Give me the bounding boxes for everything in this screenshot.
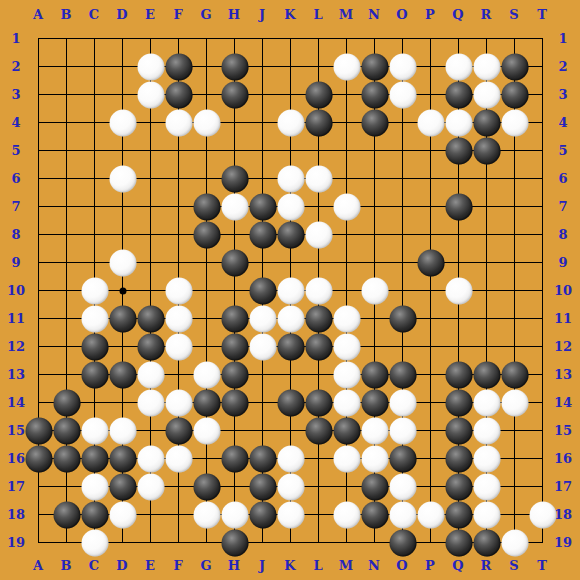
stone-white — [137, 361, 164, 388]
stone-black — [193, 389, 220, 416]
column-label-bottom: B — [61, 559, 72, 572]
stone-black — [305, 81, 332, 108]
stone-white — [193, 417, 220, 444]
row-label-left: 19 — [7, 536, 25, 549]
stone-white — [221, 501, 248, 528]
stone-black — [445, 389, 472, 416]
row-label-right: 12 — [554, 340, 572, 353]
stone-black — [305, 417, 332, 444]
stone-black — [53, 501, 80, 528]
row-label-right: 1 — [558, 32, 567, 45]
stone-white — [389, 473, 416, 500]
stone-black — [361, 109, 388, 136]
column-label-top: N — [368, 8, 380, 21]
stone-white — [81, 417, 108, 444]
stone-white — [473, 417, 500, 444]
stone-black — [249, 221, 276, 248]
stone-white — [445, 53, 472, 80]
stone-black — [445, 473, 472, 500]
column-label-bottom: N — [368, 559, 380, 572]
column-label-bottom: O — [396, 559, 407, 572]
stone-black — [389, 361, 416, 388]
row-label-right: 18 — [554, 508, 572, 521]
stone-white — [109, 165, 136, 192]
stone-black — [501, 361, 528, 388]
column-label-bottom: R — [481, 559, 492, 572]
stone-black — [473, 529, 500, 556]
column-label-top: P — [425, 8, 435, 21]
stone-white — [165, 333, 192, 360]
stone-white — [165, 445, 192, 472]
row-label-right: 4 — [558, 116, 567, 129]
row-label-left: 18 — [7, 508, 25, 521]
row-label-left: 15 — [7, 424, 25, 437]
stone-black — [221, 81, 248, 108]
stone-white — [249, 305, 276, 332]
go-board[interactable]: AABBCCDDEEFFGGHHJJKKLLMMNNOOPPQQRRSSTT11… — [0, 0, 580, 580]
row-label-left: 14 — [7, 396, 25, 409]
stone-white — [473, 389, 500, 416]
stone-white — [389, 417, 416, 444]
stone-white — [165, 277, 192, 304]
stone-white — [305, 221, 332, 248]
column-label-bottom: M — [339, 559, 353, 572]
column-label-bottom: L — [313, 559, 322, 572]
stone-white — [473, 473, 500, 500]
stone-black — [81, 333, 108, 360]
stone-black — [165, 81, 192, 108]
stone-black — [221, 361, 248, 388]
row-label-left: 10 — [7, 284, 25, 297]
grid-line-vertical — [542, 38, 543, 543]
stone-black — [249, 501, 276, 528]
stone-black — [53, 389, 80, 416]
column-label-top: Q — [452, 8, 463, 21]
stone-black — [361, 361, 388, 388]
stone-white — [277, 501, 304, 528]
stone-white — [445, 109, 472, 136]
column-label-top: S — [509, 8, 518, 21]
stone-black — [221, 53, 248, 80]
column-label-bottom: C — [89, 559, 99, 572]
stone-black — [137, 305, 164, 332]
stone-white — [109, 109, 136, 136]
column-label-top: F — [173, 8, 182, 21]
column-label-bottom: E — [145, 559, 155, 572]
column-label-bottom: H — [228, 559, 240, 572]
stone-white — [277, 305, 304, 332]
stone-black — [221, 305, 248, 332]
stone-white — [193, 109, 220, 136]
column-label-bottom: K — [284, 559, 295, 572]
row-label-right: 13 — [554, 368, 572, 381]
stone-black — [445, 445, 472, 472]
stone-white — [137, 81, 164, 108]
stone-black — [277, 221, 304, 248]
stone-white — [501, 389, 528, 416]
column-label-top: A — [33, 8, 43, 21]
stone-black — [473, 361, 500, 388]
stone-white — [361, 417, 388, 444]
row-label-left: 5 — [11, 144, 20, 157]
row-label-left: 12 — [7, 340, 25, 353]
stone-black — [193, 221, 220, 248]
stone-black — [165, 53, 192, 80]
stone-black — [109, 445, 136, 472]
stone-black — [53, 445, 80, 472]
stone-black — [445, 81, 472, 108]
row-label-right: 17 — [554, 480, 572, 493]
stone-white — [333, 501, 360, 528]
stone-black — [25, 445, 52, 472]
row-label-right: 14 — [554, 396, 572, 409]
row-label-right: 19 — [554, 536, 572, 549]
column-label-bottom: D — [116, 559, 127, 572]
stone-black — [389, 529, 416, 556]
stone-black — [277, 333, 304, 360]
row-label-right: 11 — [554, 312, 572, 325]
stone-white — [333, 389, 360, 416]
stone-black — [361, 53, 388, 80]
stone-white — [81, 305, 108, 332]
stone-white — [473, 501, 500, 528]
stone-white — [193, 361, 220, 388]
stone-white — [81, 529, 108, 556]
row-label-left: 13 — [7, 368, 25, 381]
row-label-left: 6 — [11, 172, 20, 185]
stone-white — [333, 333, 360, 360]
stone-black — [361, 473, 388, 500]
row-label-right: 9 — [558, 256, 567, 269]
stone-black — [25, 417, 52, 444]
stone-white — [165, 389, 192, 416]
row-label-left: 3 — [11, 88, 20, 101]
column-label-top: R — [481, 8, 492, 21]
column-label-top: B — [61, 8, 72, 21]
stone-white — [473, 445, 500, 472]
stone-black — [249, 445, 276, 472]
stone-white — [221, 193, 248, 220]
column-label-top: L — [313, 8, 322, 21]
stone-black — [361, 81, 388, 108]
row-label-right: 15 — [554, 424, 572, 437]
stone-black — [473, 109, 500, 136]
stone-black — [81, 445, 108, 472]
stone-white — [389, 53, 416, 80]
stone-white — [333, 53, 360, 80]
stone-white — [445, 277, 472, 304]
stone-white — [277, 473, 304, 500]
stone-white — [361, 277, 388, 304]
row-label-left: 17 — [7, 480, 25, 493]
row-label-left: 16 — [7, 452, 25, 465]
column-label-bottom: G — [200, 559, 211, 572]
stone-black — [445, 501, 472, 528]
stone-black — [445, 529, 472, 556]
stone-black — [221, 389, 248, 416]
stone-black — [81, 501, 108, 528]
stone-black — [109, 305, 136, 332]
stone-black — [501, 53, 528, 80]
column-label-bottom: A — [33, 559, 43, 572]
stone-white — [305, 277, 332, 304]
stone-white — [277, 109, 304, 136]
stone-white — [277, 445, 304, 472]
row-label-right: 8 — [558, 228, 567, 241]
row-label-right: 2 — [558, 60, 567, 73]
stone-black — [361, 389, 388, 416]
stone-black — [109, 361, 136, 388]
stone-black — [193, 193, 220, 220]
row-label-left: 1 — [11, 32, 20, 45]
stone-black — [165, 417, 192, 444]
stone-black — [221, 333, 248, 360]
row-label-right: 3 — [558, 88, 567, 101]
stone-white — [277, 193, 304, 220]
stone-black — [361, 501, 388, 528]
stone-white — [109, 501, 136, 528]
column-label-bottom: F — [173, 559, 182, 572]
stone-black — [81, 361, 108, 388]
stone-black — [221, 165, 248, 192]
stone-white — [361, 445, 388, 472]
stone-white — [473, 53, 500, 80]
stone-black — [305, 109, 332, 136]
stone-white — [417, 109, 444, 136]
stone-white — [529, 501, 556, 528]
stone-black — [53, 417, 80, 444]
stone-black — [389, 445, 416, 472]
stone-white — [277, 165, 304, 192]
column-label-bottom: Q — [452, 559, 463, 572]
column-label-top: O — [396, 8, 407, 21]
stone-black — [277, 389, 304, 416]
stone-white — [81, 277, 108, 304]
stone-black — [137, 333, 164, 360]
stone-black — [445, 417, 472, 444]
stone-black — [445, 193, 472, 220]
stone-black — [249, 473, 276, 500]
stone-black — [389, 305, 416, 332]
stone-white — [333, 193, 360, 220]
row-label-left: 2 — [11, 60, 20, 73]
stone-white — [109, 417, 136, 444]
stone-white — [137, 53, 164, 80]
column-label-top: M — [339, 8, 353, 21]
stone-white — [501, 109, 528, 136]
stone-black — [305, 305, 332, 332]
row-label-left: 4 — [11, 116, 20, 129]
column-label-bottom: S — [509, 559, 518, 572]
stone-white — [81, 473, 108, 500]
stone-white — [473, 81, 500, 108]
stone-black — [305, 389, 332, 416]
row-label-right: 6 — [558, 172, 567, 185]
column-label-bottom: P — [425, 559, 435, 572]
stone-white — [389, 389, 416, 416]
stone-white — [277, 277, 304, 304]
row-label-left: 9 — [11, 256, 20, 269]
stone-white — [417, 501, 444, 528]
stone-black — [417, 249, 444, 276]
stone-black — [109, 473, 136, 500]
column-label-top: K — [284, 8, 295, 21]
stone-black — [333, 417, 360, 444]
stone-black — [221, 445, 248, 472]
row-label-right: 16 — [554, 452, 572, 465]
stone-black — [473, 137, 500, 164]
stone-black — [249, 277, 276, 304]
stone-white — [389, 501, 416, 528]
column-label-top: G — [200, 8, 211, 21]
stone-black — [445, 361, 472, 388]
hoshi-dot — [119, 287, 126, 294]
row-label-left: 8 — [11, 228, 20, 241]
stone-black — [193, 473, 220, 500]
row-label-right: 5 — [558, 144, 567, 157]
stone-white — [109, 249, 136, 276]
column-label-top: D — [116, 8, 127, 21]
stone-white — [389, 81, 416, 108]
stone-black — [501, 81, 528, 108]
stone-white — [333, 445, 360, 472]
stone-white — [165, 305, 192, 332]
row-label-right: 7 — [558, 200, 567, 213]
stone-white — [305, 165, 332, 192]
stone-white — [137, 389, 164, 416]
stone-white — [193, 501, 220, 528]
stone-white — [137, 473, 164, 500]
row-label-left: 7 — [11, 200, 20, 213]
stone-black — [249, 193, 276, 220]
stone-black — [221, 529, 248, 556]
column-label-top: J — [259, 8, 265, 21]
stone-white — [249, 333, 276, 360]
stone-black — [221, 249, 248, 276]
stone-black — [445, 137, 472, 164]
row-label-right: 10 — [554, 284, 572, 297]
stone-white — [137, 445, 164, 472]
stone-white — [501, 529, 528, 556]
column-label-bottom: T — [537, 559, 547, 572]
stone-white — [333, 361, 360, 388]
row-label-left: 11 — [7, 312, 25, 325]
column-label-top: E — [145, 8, 155, 21]
stone-white — [333, 305, 360, 332]
column-label-top: C — [89, 8, 99, 21]
stone-black — [305, 333, 332, 360]
column-label-top: H — [228, 8, 240, 21]
column-label-bottom: J — [259, 559, 265, 572]
stone-white — [165, 109, 192, 136]
column-label-top: T — [537, 8, 547, 21]
